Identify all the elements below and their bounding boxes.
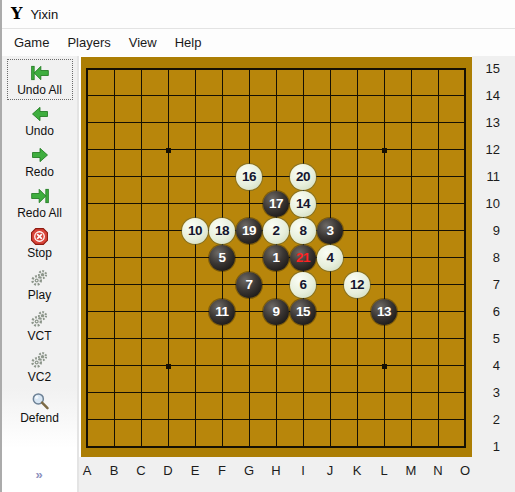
column-labels-strip: ABCDEFGHIJKLMNO [79, 457, 515, 492]
star-point-l4 [382, 364, 387, 369]
sidebar-button-label: Redo All [17, 206, 62, 220]
sidebar-button-redo[interactable]: Redo [7, 141, 73, 182]
menu-view[interactable]: View [127, 32, 159, 53]
stone-j9[interactable]: 3 [317, 218, 343, 244]
sidebar-button-play[interactable]: Play [7, 264, 73, 305]
row-label-7: 7 [472, 277, 500, 293]
stop-icon [30, 227, 49, 246]
magnifier-icon [30, 391, 50, 411]
sidebar-button-undo-all[interactable]: Undo All [7, 59, 73, 100]
row-label-3: 3 [472, 385, 500, 401]
stone-g11[interactable]: 16 [236, 164, 262, 190]
sidebar-button-label: Undo All [17, 83, 62, 97]
row-label-5: 5 [472, 331, 500, 347]
expand-icon[interactable]: » [2, 467, 77, 482]
sidebar-button-label: Redo [25, 165, 54, 179]
stone-h9[interactable]: 2 [263, 218, 289, 244]
stone-f9[interactable]: 18 [209, 218, 235, 244]
sidebar-divider [77, 56, 79, 492]
column-label-b: B [100, 463, 128, 479]
row-label-8: 8 [472, 250, 500, 266]
stone-i11[interactable]: 20 [290, 164, 316, 190]
sidebar-button-label: Stop [27, 246, 52, 260]
row-label-9: 9 [472, 223, 500, 239]
column-label-c: C [127, 463, 155, 479]
stone-h10[interactable]: 17 [263, 191, 289, 217]
toolbar-sidebar: Undo AllUndoRedoRedo AllStopPlayVCTVC2De… [2, 56, 77, 492]
sidebar-button-label: Defend [20, 411, 59, 425]
undo-all-icon [30, 63, 50, 83]
row-labels-strip: 151413121110987654321 [472, 56, 515, 492]
gears-icon [30, 268, 50, 288]
column-label-d: D [154, 463, 182, 479]
stone-i8[interactable]: 21 [290, 245, 316, 271]
redo-all-icon [30, 186, 50, 206]
column-label-h: H [262, 463, 290, 479]
sidebar-button-vct[interactable]: VCT [7, 305, 73, 346]
stone-i7[interactable]: 6 [290, 272, 316, 298]
stone-e9[interactable]: 10 [182, 218, 208, 244]
sidebar-button-label: Play [28, 288, 51, 302]
sidebar-button-label: Undo [25, 124, 54, 138]
gears-icon [30, 309, 50, 329]
star-point-d12 [166, 148, 171, 153]
column-label-j: J [316, 463, 344, 479]
stone-l6[interactable]: 13 [371, 299, 397, 325]
row-label-2: 2 [472, 412, 500, 428]
stone-h6[interactable]: 9 [263, 299, 289, 325]
column-label-g: G [235, 463, 263, 479]
sidebar-button-label: VCT [28, 329, 52, 343]
column-label-o: O [451, 463, 479, 479]
stone-f8[interactable]: 5 [209, 245, 235, 271]
board: 123456789101112131415161718192021 [81, 57, 472, 457]
menu-game[interactable]: Game [12, 32, 51, 53]
column-label-l: L [370, 463, 398, 479]
column-label-e: E [181, 463, 209, 479]
row-label-4: 4 [472, 358, 500, 374]
sidebar-button-undo[interactable]: Undo [7, 100, 73, 141]
column-label-f: F [208, 463, 236, 479]
menu-players[interactable]: Players [65, 32, 112, 53]
column-label-m: M [397, 463, 425, 479]
stone-i6[interactable]: 15 [290, 299, 316, 325]
sidebar-button-vc2[interactable]: VC2 [7, 346, 73, 387]
sidebar-button-stop[interactable]: Stop [7, 223, 73, 264]
stone-h8[interactable]: 1 [263, 245, 289, 271]
star-point-l12 [382, 148, 387, 153]
undo-icon [30, 104, 50, 124]
stone-k7[interactable]: 12 [344, 272, 370, 298]
sidebar-button-defend[interactable]: Defend [7, 387, 73, 428]
row-label-14: 14 [472, 88, 500, 104]
row-label-11: 11 [472, 169, 500, 185]
menu-bar: Game Players View Help [2, 29, 515, 56]
stone-j8[interactable]: 4 [317, 245, 343, 271]
star-point-d4 [166, 364, 171, 369]
row-label-10: 10 [472, 196, 500, 212]
column-label-a: A [73, 463, 101, 479]
row-label-6: 6 [472, 304, 500, 320]
row-label-13: 13 [472, 115, 500, 131]
menu-help[interactable]: Help [173, 32, 204, 53]
stone-g9[interactable]: 19 [236, 218, 262, 244]
yixin-window: Y Yixin Game Players View Help Undo AllU… [0, 0, 515, 492]
column-label-k: K [343, 463, 371, 479]
row-label-15: 15 [472, 61, 500, 77]
column-label-n: N [424, 463, 452, 479]
app-icon: Y [11, 6, 22, 22]
window-title: Yixin [30, 7, 58, 22]
column-label-i: I [289, 463, 317, 479]
sidebar-button-redo-all[interactable]: Redo All [7, 182, 73, 223]
stone-i9[interactable]: 8 [290, 218, 316, 244]
sidebar-button-label: VC2 [28, 370, 51, 384]
title-bar: Y Yixin [2, 0, 515, 29]
row-label-12: 12 [472, 142, 500, 158]
row-label-1: 1 [472, 439, 500, 455]
gears-icon [30, 350, 50, 370]
stone-i10[interactable]: 14 [290, 191, 316, 217]
stone-g7[interactable]: 7 [236, 272, 262, 298]
stone-f6[interactable]: 11 [209, 299, 235, 325]
redo-icon [30, 145, 50, 165]
